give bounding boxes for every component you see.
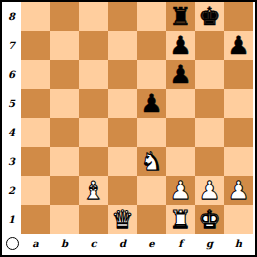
square-c6[interactable] bbox=[79, 60, 108, 89]
square-a4[interactable] bbox=[21, 118, 50, 147]
square-f8[interactable]: ♜ bbox=[166, 2, 195, 31]
square-b5[interactable] bbox=[50, 89, 79, 118]
file-label-f: f bbox=[166, 234, 195, 253]
square-d5[interactable] bbox=[108, 89, 137, 118]
square-g2[interactable]: ♟ bbox=[195, 176, 224, 205]
square-g7[interactable] bbox=[195, 31, 224, 60]
square-g6[interactable] bbox=[195, 60, 224, 89]
square-a7[interactable] bbox=[21, 31, 50, 60]
square-h3[interactable] bbox=[224, 147, 253, 176]
square-b3[interactable] bbox=[50, 147, 79, 176]
white-rook-f1[interactable]: ♜ bbox=[166, 205, 195, 234]
square-g4[interactable] bbox=[195, 118, 224, 147]
diagram-content: 87654321 ♜♚♟♟♟♟♞♝♟♟♟♛♜♚ abcdefgh bbox=[2, 2, 255, 255]
square-g8[interactable]: ♚ bbox=[195, 2, 224, 31]
square-h5[interactable] bbox=[224, 89, 253, 118]
rank-label-3: 3 bbox=[2, 147, 21, 176]
square-e6[interactable] bbox=[137, 60, 166, 89]
white-pawn-h2[interactable]: ♟ bbox=[224, 176, 253, 205]
file-label-a: a bbox=[21, 234, 50, 253]
square-f6[interactable]: ♟ bbox=[166, 60, 195, 89]
square-c7[interactable] bbox=[79, 31, 108, 60]
square-g5[interactable] bbox=[195, 89, 224, 118]
square-d7[interactable] bbox=[108, 31, 137, 60]
square-a5[interactable] bbox=[21, 89, 50, 118]
black-king-g8[interactable]: ♚ bbox=[195, 2, 224, 31]
square-h2[interactable]: ♟ bbox=[224, 176, 253, 205]
square-e7[interactable] bbox=[137, 31, 166, 60]
square-f3[interactable] bbox=[166, 147, 195, 176]
square-a2[interactable] bbox=[21, 176, 50, 205]
rank-label-6: 6 bbox=[2, 60, 21, 89]
square-f4[interactable] bbox=[166, 118, 195, 147]
square-h8[interactable] bbox=[224, 2, 253, 31]
square-e3[interactable]: ♞ bbox=[137, 147, 166, 176]
square-f7[interactable]: ♟ bbox=[166, 31, 195, 60]
square-e1[interactable] bbox=[137, 205, 166, 234]
square-b6[interactable] bbox=[50, 60, 79, 89]
file-label-b: b bbox=[50, 234, 79, 253]
square-a6[interactable] bbox=[21, 60, 50, 89]
square-e8[interactable] bbox=[137, 2, 166, 31]
square-b2[interactable] bbox=[50, 176, 79, 205]
file-label-c: c bbox=[79, 234, 108, 253]
square-d2[interactable] bbox=[108, 176, 137, 205]
rank-label-5: 5 bbox=[2, 89, 21, 118]
white-king-g1[interactable]: ♚ bbox=[195, 205, 224, 234]
square-e4[interactable] bbox=[137, 118, 166, 147]
square-a1[interactable] bbox=[21, 205, 50, 234]
square-c4[interactable] bbox=[79, 118, 108, 147]
chess-diagram: 87654321 ♜♚♟♟♟♟♞♝♟♟♟♛♜♚ abcdefgh bbox=[0, 0, 257, 257]
black-pawn-h7[interactable]: ♟ bbox=[224, 31, 253, 60]
rank-labels: 87654321 bbox=[2, 2, 21, 234]
square-d6[interactable] bbox=[108, 60, 137, 89]
square-f2[interactable]: ♟ bbox=[166, 176, 195, 205]
rank-label-4: 4 bbox=[2, 118, 21, 147]
rank-label-8: 8 bbox=[2, 2, 21, 31]
square-g3[interactable] bbox=[195, 147, 224, 176]
black-pawn-f6[interactable]: ♟ bbox=[166, 60, 195, 89]
square-c5[interactable] bbox=[79, 89, 108, 118]
square-f1[interactable]: ♜ bbox=[166, 205, 195, 234]
black-pawn-e5[interactable]: ♟ bbox=[137, 89, 166, 118]
square-b1[interactable] bbox=[50, 205, 79, 234]
square-e2[interactable] bbox=[137, 176, 166, 205]
rank-label-7: 7 bbox=[2, 31, 21, 60]
square-d3[interactable] bbox=[108, 147, 137, 176]
square-b4[interactable] bbox=[50, 118, 79, 147]
square-c3[interactable] bbox=[79, 147, 108, 176]
square-f5[interactable] bbox=[166, 89, 195, 118]
file-label-d: d bbox=[108, 234, 137, 253]
chess-board[interactable]: ♜♚♟♟♟♟♞♝♟♟♟♛♜♚ bbox=[21, 2, 253, 234]
rank-label-2: 2 bbox=[2, 176, 21, 205]
square-d4[interactable] bbox=[108, 118, 137, 147]
white-to-move-indicator-icon bbox=[6, 237, 19, 250]
square-e5[interactable]: ♟ bbox=[137, 89, 166, 118]
black-rook-f8[interactable]: ♜ bbox=[166, 2, 195, 31]
white-pawn-g2[interactable]: ♟ bbox=[195, 176, 224, 205]
file-label-g: g bbox=[195, 234, 224, 253]
file-label-h: h bbox=[224, 234, 253, 253]
square-d8[interactable] bbox=[108, 2, 137, 31]
square-b8[interactable] bbox=[50, 2, 79, 31]
square-c2[interactable]: ♝ bbox=[79, 176, 108, 205]
square-a8[interactable] bbox=[21, 2, 50, 31]
rank-label-1: 1 bbox=[2, 205, 21, 234]
white-knight-e3[interactable]: ♞ bbox=[137, 147, 166, 176]
white-queen-d1[interactable]: ♛ bbox=[108, 205, 137, 234]
square-h1[interactable] bbox=[224, 205, 253, 234]
square-d1[interactable]: ♛ bbox=[108, 205, 137, 234]
square-h6[interactable] bbox=[224, 60, 253, 89]
square-g1[interactable]: ♚ bbox=[195, 205, 224, 234]
white-bishop-c2[interactable]: ♝ bbox=[79, 176, 108, 205]
square-h7[interactable]: ♟ bbox=[224, 31, 253, 60]
white-pawn-f2[interactable]: ♟ bbox=[166, 176, 195, 205]
file-labels: abcdefgh bbox=[21, 234, 253, 253]
square-b7[interactable] bbox=[50, 31, 79, 60]
square-a3[interactable] bbox=[21, 147, 50, 176]
square-c1[interactable] bbox=[79, 205, 108, 234]
square-c8[interactable] bbox=[79, 2, 108, 31]
file-label-e: e bbox=[137, 234, 166, 253]
side-to-move-corner bbox=[2, 234, 21, 253]
black-pawn-f7[interactable]: ♟ bbox=[166, 31, 195, 60]
square-h4[interactable] bbox=[224, 118, 253, 147]
